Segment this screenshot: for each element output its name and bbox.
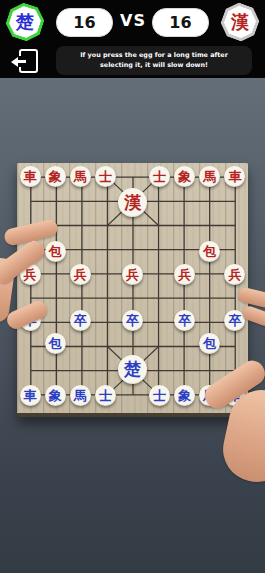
piece-cho-horse[interactable]: 馬 [70,385,91,406]
piece-glyph: 卒 [178,314,191,327]
piece-glyph: 兵 [178,268,191,281]
piece-cho-soldier[interactable]: 卒 [122,310,143,331]
piece-glyph: 馬 [203,170,216,183]
piece-glyph: 卒 [228,314,241,327]
board-grid: 車象馬士士象馬車漢包包兵兵兵兵兵卒卒卒卒卒包包楚車象馬士士象馬車 [18,165,248,407]
piece-glyph: 兵 [228,268,241,281]
piece-cho-general[interactable]: 楚 [118,355,147,384]
piece-glyph: 車 [24,389,37,402]
piece-glyph: 卒 [74,314,87,327]
piece-cho-elephant[interactable]: 象 [174,385,195,406]
vs-label: VS [116,11,150,30]
hint-banner: If you press the egg for a long time aft… [56,46,252,75]
cho-score: 16 [56,8,113,37]
han-score: 16 [152,8,209,37]
cho-side-badge: 楚 [2,0,47,45]
piece-cho-guard[interactable]: 士 [149,385,170,406]
piece-glyph: 車 [228,170,241,183]
piece-cho-soldier[interactable]: 卒 [70,310,91,331]
exit-button[interactable] [13,49,39,74]
piece-glyph: 士 [153,389,166,402]
janggi-board[interactable]: 車象馬士士象馬車漢包包兵兵兵兵兵卒卒卒卒卒包包楚車象馬士士象馬車 [17,163,248,417]
piece-cho-guard[interactable]: 士 [95,385,116,406]
piece-glyph: 包 [49,337,62,350]
han-badge-char: 漢 [231,13,249,31]
piece-glyph: 象 [178,389,191,402]
piece-han-elephant[interactable]: 象 [174,166,195,187]
piece-han-soldier[interactable]: 兵 [224,264,245,285]
piece-han-soldier[interactable]: 兵 [70,264,91,285]
piece-han-general[interactable]: 漢 [118,188,147,217]
piece-glyph: 包 [203,337,216,350]
piece-glyph: 士 [153,170,166,183]
app-screen: 楚 16 VS 16 漢 If you press the egg for a … [0,0,265,573]
exit-arrow-icon [11,57,18,67]
piece-glyph: 兵 [74,268,87,281]
piece-glyph: 馬 [74,389,87,402]
piece-cho-cannon[interactable]: 包 [199,333,220,354]
piece-han-chariot[interactable]: 車 [20,166,41,187]
piece-han-cannon[interactable]: 包 [45,241,66,262]
piece-glyph: 卒 [126,314,139,327]
piece-cho-cannon[interactable]: 包 [45,333,66,354]
cho-badge-char: 楚 [16,13,34,31]
piece-cho-chariot[interactable]: 車 [20,385,41,406]
piece-han-guard[interactable]: 士 [149,166,170,187]
piece-glyph: 士 [99,170,112,183]
piece-cho-elephant[interactable]: 象 [45,385,66,406]
piece-glyph: 兵 [24,268,37,281]
piece-glyph: 象 [49,170,62,183]
top-bar: 楚 16 VS 16 漢 If you press the egg for a … [0,0,265,78]
piece-han-soldier[interactable]: 兵 [122,264,143,285]
piece-han-horse[interactable]: 馬 [199,166,220,187]
piece-glyph: 馬 [74,170,87,183]
piece-glyph: 象 [49,389,62,402]
piece-glyph: 車 [24,170,37,183]
han-side-badge: 漢 [217,0,263,45]
piece-glyph: 包 [203,245,216,258]
piece-han-horse[interactable]: 馬 [70,166,91,187]
piece-glyph: 象 [178,170,191,183]
piece-han-chariot[interactable]: 車 [224,166,245,187]
piece-glyph: 漢 [124,194,141,211]
piece-glyph: 兵 [126,268,139,281]
piece-glyph: 包 [49,245,62,258]
piece-cho-soldier[interactable]: 卒 [174,310,195,331]
piece-glyph: 士 [99,389,112,402]
piece-han-elephant[interactable]: 象 [45,166,66,187]
piece-han-cannon[interactable]: 包 [199,241,220,262]
piece-han-soldier[interactable]: 兵 [174,264,195,285]
piece-glyph: 楚 [124,361,141,378]
piece-han-guard[interactable]: 士 [95,166,116,187]
